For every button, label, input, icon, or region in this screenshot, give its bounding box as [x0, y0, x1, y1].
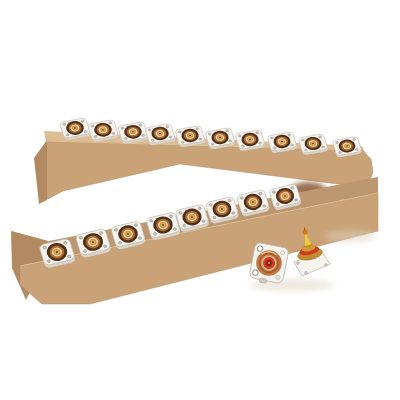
flange-hole	[297, 262, 300, 265]
top-tray-left-end	[34, 140, 47, 204]
flange-hole	[275, 275, 280, 280]
flange-hole	[280, 251, 285, 256]
scene-canvas	[0, 0, 400, 400]
flange-hole	[305, 272, 308, 275]
shadow-right-end	[324, 230, 376, 242]
flange-hole	[252, 269, 258, 275]
loose-connector-front-view	[248, 242, 289, 286]
product-photo	[0, 0, 400, 400]
flange-hole	[257, 245, 263, 251]
flange-hole	[325, 264, 328, 267]
